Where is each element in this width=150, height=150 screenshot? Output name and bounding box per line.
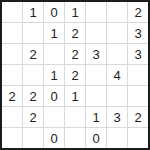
cell-r2c4-clue: 2 [65, 23, 85, 43]
minesweeper-board: 101212322331242201213200 [0, 0, 150, 150]
cell-r1c5-empty[interactable] [86, 2, 106, 22]
cell-r2c7-clue: 3 [128, 23, 148, 43]
cell-r6c2-clue: 2 [23, 107, 43, 127]
cell-r5c3-clue: 0 [44, 86, 64, 106]
cell-r1c2-clue: 1 [23, 2, 43, 22]
cell-r7c7-empty[interactable] [128, 128, 148, 148]
cell-r3c5-clue: 3 [86, 44, 106, 64]
cell-r7c6-empty[interactable] [107, 128, 127, 148]
cell-r7c2-empty[interactable] [23, 128, 43, 148]
cell-r6c4-empty[interactable] [65, 107, 85, 127]
cell-r4c5-empty[interactable] [86, 65, 106, 85]
cell-r4c6-clue: 4 [107, 65, 127, 85]
cell-r1c6-empty[interactable] [107, 2, 127, 22]
cell-r4c4-clue: 2 [65, 65, 85, 85]
cell-r6c6-clue: 3 [107, 107, 127, 127]
cell-r5c6-empty[interactable] [107, 86, 127, 106]
cell-r1c7-clue: 2 [128, 2, 148, 22]
cell-r4c3-clue: 1 [44, 65, 64, 85]
cell-r3c7-clue: 3 [128, 44, 148, 64]
cell-r4c7-empty[interactable] [128, 65, 148, 85]
cell-r3c2-clue: 2 [23, 44, 43, 64]
cell-r6c3-empty[interactable] [44, 107, 64, 127]
cell-r6c5-clue: 1 [86, 107, 106, 127]
cell-r5c7-empty[interactable] [128, 86, 148, 106]
cell-r3c4-clue: 2 [65, 44, 85, 64]
cell-r4c1-empty[interactable] [2, 65, 22, 85]
cell-r2c3-clue: 1 [44, 23, 64, 43]
cell-r5c4-clue: 1 [65, 86, 85, 106]
cell-r7c4-empty[interactable] [65, 128, 85, 148]
cell-r6c1-empty[interactable] [2, 107, 22, 127]
cell-r2c5-empty[interactable] [86, 23, 106, 43]
cell-r7c5-clue: 0 [86, 128, 106, 148]
cell-r7c3-clue: 0 [44, 128, 64, 148]
cell-r1c1-empty[interactable] [2, 2, 22, 22]
cell-r3c6-empty[interactable] [107, 44, 127, 64]
cell-r4c2-empty[interactable] [23, 65, 43, 85]
cell-r1c3-clue: 0 [44, 2, 64, 22]
cell-r5c5-empty[interactable] [86, 86, 106, 106]
cell-r3c1-empty[interactable] [2, 44, 22, 64]
cell-r2c1-empty[interactable] [2, 23, 22, 43]
cell-r6c7-clue: 2 [128, 107, 148, 127]
cell-r5c1-clue: 2 [2, 86, 22, 106]
cell-r3c3-empty[interactable] [44, 44, 64, 64]
cell-r2c2-empty[interactable] [23, 23, 43, 43]
cell-r7c1-empty[interactable] [2, 128, 22, 148]
cell-r2c6-empty[interactable] [107, 23, 127, 43]
cell-r1c4-clue: 1 [65, 2, 85, 22]
cell-r5c2-clue: 2 [23, 86, 43, 106]
